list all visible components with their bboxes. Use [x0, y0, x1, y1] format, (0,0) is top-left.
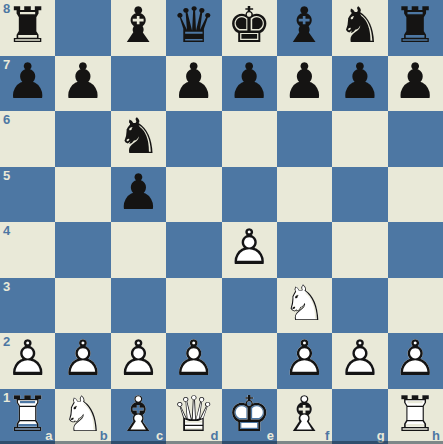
- square-a8[interactable]: 8♜: [0, 0, 55, 56]
- piece-white-pawn[interactable]: ♟♙: [277, 333, 332, 389]
- square-a7[interactable]: 7♟: [0, 56, 55, 112]
- square-b3[interactable]: [55, 278, 110, 334]
- square-c6[interactable]: ♞: [111, 111, 166, 167]
- square-c4[interactable]: [111, 222, 166, 278]
- rank-label-6: 6: [3, 113, 10, 126]
- square-e6[interactable]: [222, 111, 277, 167]
- piece-black-pawn[interactable]: ♟: [388, 56, 443, 112]
- square-g4[interactable]: [332, 222, 387, 278]
- square-g6[interactable]: [332, 111, 387, 167]
- square-h4[interactable]: [388, 222, 443, 278]
- piece-white-pawn[interactable]: ♟♙: [388, 333, 443, 389]
- square-a5[interactable]: 5: [0, 167, 55, 223]
- square-d1[interactable]: d♛♕: [166, 389, 221, 444]
- piece-black-bishop[interactable]: ♝: [277, 0, 332, 56]
- square-b8[interactable]: [55, 0, 110, 56]
- piece-black-rook[interactable]: ♜: [0, 0, 55, 56]
- square-d6[interactable]: [166, 111, 221, 167]
- square-d3[interactable]: [166, 278, 221, 334]
- piece-white-bishop[interactable]: ♝♗: [111, 389, 166, 444]
- piece-white-queen[interactable]: ♛♕: [166, 389, 221, 444]
- piece-white-pawn[interactable]: ♟♙: [111, 333, 166, 389]
- square-b1[interactable]: b♞♘: [55, 389, 110, 444]
- square-f3[interactable]: ♞♘: [277, 278, 332, 334]
- square-g5[interactable]: [332, 167, 387, 223]
- square-b7[interactable]: ♟: [55, 56, 110, 112]
- square-f6[interactable]: [277, 111, 332, 167]
- square-e7[interactable]: ♟: [222, 56, 277, 112]
- square-c8[interactable]: ♝: [111, 0, 166, 56]
- square-a3[interactable]: 3: [0, 278, 55, 334]
- square-e8[interactable]: ♚: [222, 0, 277, 56]
- square-d5[interactable]: [166, 167, 221, 223]
- piece-white-pawn[interactable]: ♟♙: [166, 333, 221, 389]
- piece-black-queen[interactable]: ♛: [166, 0, 221, 56]
- square-f5[interactable]: [277, 167, 332, 223]
- square-e3[interactable]: [222, 278, 277, 334]
- square-d2[interactable]: ♟♙: [166, 333, 221, 389]
- square-h3[interactable]: [388, 278, 443, 334]
- square-h5[interactable]: [388, 167, 443, 223]
- square-h2[interactable]: ♟♙: [388, 333, 443, 389]
- rank-label-5: 5: [3, 169, 10, 182]
- square-h1[interactable]: h♜♖: [388, 389, 443, 444]
- square-g7[interactable]: ♟: [332, 56, 387, 112]
- square-h7[interactable]: ♟: [388, 56, 443, 112]
- square-e1[interactable]: e♚♔: [222, 389, 277, 444]
- piece-white-pawn[interactable]: ♟♙: [332, 333, 387, 389]
- square-c5[interactable]: ♟: [111, 167, 166, 223]
- square-b2[interactable]: ♟♙: [55, 333, 110, 389]
- piece-white-king[interactable]: ♚♔: [222, 389, 277, 444]
- piece-white-pawn[interactable]: ♟♙: [55, 333, 110, 389]
- square-d8[interactable]: ♛: [166, 0, 221, 56]
- square-g8[interactable]: ♞: [332, 0, 387, 56]
- piece-white-knight[interactable]: ♞♘: [55, 389, 110, 444]
- square-c1[interactable]: c♝♗: [111, 389, 166, 444]
- square-a4[interactable]: 4: [0, 222, 55, 278]
- piece-black-pawn[interactable]: ♟: [222, 56, 277, 112]
- square-f2[interactable]: ♟♙: [277, 333, 332, 389]
- square-e4[interactable]: ♟♙: [222, 222, 277, 278]
- piece-black-rook[interactable]: ♜: [388, 0, 443, 56]
- square-f4[interactable]: [277, 222, 332, 278]
- square-b6[interactable]: [55, 111, 110, 167]
- square-h8[interactable]: ♜: [388, 0, 443, 56]
- square-g1[interactable]: g: [332, 389, 387, 444]
- square-b4[interactable]: [55, 222, 110, 278]
- piece-white-pawn[interactable]: ♟♙: [222, 222, 277, 278]
- piece-white-rook[interactable]: ♜♖: [0, 389, 55, 444]
- square-e2[interactable]: [222, 333, 277, 389]
- piece-black-pawn[interactable]: ♟: [0, 56, 55, 112]
- piece-white-bishop[interactable]: ♝♗: [277, 389, 332, 444]
- square-g2[interactable]: ♟♙: [332, 333, 387, 389]
- piece-black-pawn[interactable]: ♟: [111, 167, 166, 223]
- piece-black-king[interactable]: ♚: [222, 0, 277, 56]
- piece-black-pawn[interactable]: ♟: [277, 56, 332, 112]
- square-b5[interactable]: [55, 167, 110, 223]
- square-c2[interactable]: ♟♙: [111, 333, 166, 389]
- square-a1[interactable]: 1a♜♖: [0, 389, 55, 444]
- square-a6[interactable]: 6: [0, 111, 55, 167]
- square-f1[interactable]: f♝♗: [277, 389, 332, 444]
- square-h6[interactable]: [388, 111, 443, 167]
- square-f7[interactable]: ♟: [277, 56, 332, 112]
- piece-white-pawn[interactable]: ♟♙: [0, 333, 55, 389]
- file-label-g: g: [377, 429, 385, 442]
- square-a2[interactable]: 2♟♙: [0, 333, 55, 389]
- piece-black-knight[interactable]: ♞: [111, 111, 166, 167]
- rank-label-3: 3: [3, 280, 10, 293]
- piece-black-bishop[interactable]: ♝: [111, 0, 166, 56]
- piece-black-pawn[interactable]: ♟: [166, 56, 221, 112]
- piece-black-pawn[interactable]: ♟: [332, 56, 387, 112]
- piece-black-knight[interactable]: ♞: [332, 0, 387, 56]
- piece-white-rook[interactable]: ♜♖: [388, 389, 443, 444]
- square-d7[interactable]: ♟: [166, 56, 221, 112]
- rank-label-4: 4: [3, 224, 10, 237]
- piece-white-knight[interactable]: ♞♘: [277, 278, 332, 334]
- piece-black-pawn[interactable]: ♟: [55, 56, 110, 112]
- square-c7[interactable]: [111, 56, 166, 112]
- square-c3[interactable]: [111, 278, 166, 334]
- square-d4[interactable]: [166, 222, 221, 278]
- square-e5[interactable]: [222, 167, 277, 223]
- chess-board: 8♜♝♛♚♝♞♜7♟♟♟♟♟♟♟6♞5♟4♟♙3♞♘2♟♙♟♙♟♙♟♙♟♙♟♙♟…: [0, 0, 443, 444]
- square-f8[interactable]: ♝: [277, 0, 332, 56]
- square-g3[interactable]: [332, 278, 387, 334]
